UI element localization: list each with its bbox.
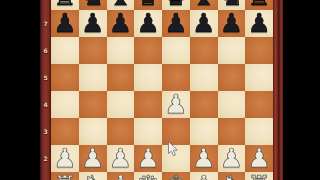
piece-white-b-f1[interactable]: ♝ xyxy=(192,172,215,180)
rank-label-3: 3 xyxy=(40,129,51,135)
square-b3[interactable] xyxy=(79,118,107,145)
board-frame-left: 87654321 xyxy=(40,0,51,180)
square-d3[interactable] xyxy=(134,118,162,145)
piece-white-r-a1[interactable]: ♜ xyxy=(53,172,76,180)
square-g4[interactable] xyxy=(218,91,246,118)
square-f6[interactable] xyxy=(190,37,218,64)
piece-black-p-b7[interactable]: ♟ xyxy=(81,10,104,37)
piece-white-n-g1[interactable]: ♞ xyxy=(220,172,243,180)
square-f2[interactable]: ♟ xyxy=(190,145,218,172)
piece-white-p-e4[interactable]: ♟ xyxy=(164,91,187,118)
piece-black-p-g7[interactable]: ♟ xyxy=(220,10,243,37)
piece-black-p-f7[interactable]: ♟ xyxy=(192,10,215,37)
square-g3[interactable] xyxy=(218,118,246,145)
piece-white-p-g2[interactable]: ♟ xyxy=(220,145,243,172)
square-h3[interactable] xyxy=(245,118,273,145)
board-frame-right xyxy=(273,0,283,180)
square-e4[interactable]: ♟ xyxy=(162,91,190,118)
square-d5[interactable] xyxy=(134,64,162,91)
piece-white-k-e1[interactable]: ♚ xyxy=(164,172,187,180)
square-f4[interactable] xyxy=(190,91,218,118)
square-e3[interactable] xyxy=(162,118,190,145)
chess-app-screen: ♜♞♝♛♚♝♞♜♟♟♟♟♟♟♟♟♟♟♟♟♟♟♟♟♜♞♝♛♚♝♞♜ 8765432… xyxy=(0,0,320,180)
square-e7[interactable]: ♟ xyxy=(162,10,190,37)
square-c7[interactable]: ♟ xyxy=(107,10,135,37)
piece-black-p-c7[interactable]: ♟ xyxy=(109,10,132,37)
piece-white-n-b1[interactable]: ♞ xyxy=(81,172,104,180)
square-b4[interactable] xyxy=(79,91,107,118)
square-f1[interactable]: ♝ xyxy=(190,172,218,180)
square-h5[interactable] xyxy=(245,64,273,91)
square-h7[interactable]: ♟ xyxy=(245,10,273,37)
square-h2[interactable]: ♟ xyxy=(245,145,273,172)
square-g7[interactable]: ♟ xyxy=(218,10,246,37)
square-f5[interactable] xyxy=(190,64,218,91)
square-h1[interactable]: ♜ xyxy=(245,172,273,180)
piece-black-p-e7[interactable]: ♟ xyxy=(164,10,187,37)
square-e5[interactable] xyxy=(162,64,190,91)
square-h4[interactable] xyxy=(245,91,273,118)
square-d6[interactable] xyxy=(134,37,162,64)
square-a1[interactable]: ♜ xyxy=(51,172,79,180)
piece-black-p-d7[interactable]: ♟ xyxy=(136,10,159,37)
square-d2[interactable]: ♟ xyxy=(134,145,162,172)
square-a5[interactable] xyxy=(51,64,79,91)
piece-black-p-a7[interactable]: ♟ xyxy=(53,10,76,37)
square-b2[interactable]: ♟ xyxy=(79,145,107,172)
square-d7[interactable]: ♟ xyxy=(134,10,162,37)
square-g2[interactable]: ♟ xyxy=(218,145,246,172)
square-b1[interactable]: ♞ xyxy=(79,172,107,180)
square-a2[interactable]: ♟ xyxy=(51,145,79,172)
square-b5[interactable] xyxy=(79,64,107,91)
square-g1[interactable]: ♞ xyxy=(218,172,246,180)
square-d4[interactable] xyxy=(134,91,162,118)
square-e1[interactable]: ♚ xyxy=(162,172,190,180)
square-c6[interactable] xyxy=(107,37,135,64)
square-a6[interactable] xyxy=(51,37,79,64)
square-a3[interactable] xyxy=(51,118,79,145)
square-d1[interactable]: ♛ xyxy=(134,172,162,180)
rank-label-7: 7 xyxy=(40,21,51,27)
piece-white-p-b2[interactable]: ♟ xyxy=(81,145,104,172)
square-h6[interactable] xyxy=(245,37,273,64)
square-g5[interactable] xyxy=(218,64,246,91)
square-c5[interactable] xyxy=(107,64,135,91)
piece-white-p-d2[interactable]: ♟ xyxy=(136,145,159,172)
piece-white-r-h1[interactable]: ♜ xyxy=(247,172,270,180)
square-g6[interactable] xyxy=(218,37,246,64)
square-e6[interactable] xyxy=(162,37,190,64)
chess-board[interactable]: ♜♞♝♛♚♝♞♜♟♟♟♟♟♟♟♟♟♟♟♟♟♟♟♟♜♞♝♛♚♝♞♜ xyxy=(51,0,273,180)
square-c1[interactable]: ♝ xyxy=(107,172,135,180)
rank-label-5: 5 xyxy=(40,75,51,81)
square-a7[interactable]: ♟ xyxy=(51,10,79,37)
piece-white-p-c2[interactable]: ♟ xyxy=(109,145,132,172)
square-c3[interactable] xyxy=(107,118,135,145)
square-f7[interactable]: ♟ xyxy=(190,10,218,37)
piece-white-p-h2[interactable]: ♟ xyxy=(247,145,270,172)
rank-label-2: 2 xyxy=(40,156,51,162)
piece-white-p-f2[interactable]: ♟ xyxy=(192,145,215,172)
piece-white-b-c1[interactable]: ♝ xyxy=(109,172,132,180)
rank-label-6: 6 xyxy=(40,48,51,54)
square-a4[interactable] xyxy=(51,91,79,118)
square-c4[interactable] xyxy=(107,91,135,118)
square-b7[interactable]: ♟ xyxy=(79,10,107,37)
square-c2[interactable]: ♟ xyxy=(107,145,135,172)
piece-black-p-h7[interactable]: ♟ xyxy=(247,10,270,37)
square-e2[interactable] xyxy=(162,145,190,172)
rank-label-4: 4 xyxy=(40,102,51,108)
square-f3[interactable] xyxy=(190,118,218,145)
piece-white-p-a2[interactable]: ♟ xyxy=(53,145,76,172)
piece-white-q-d1[interactable]: ♛ xyxy=(136,172,159,180)
square-b6[interactable] xyxy=(79,37,107,64)
